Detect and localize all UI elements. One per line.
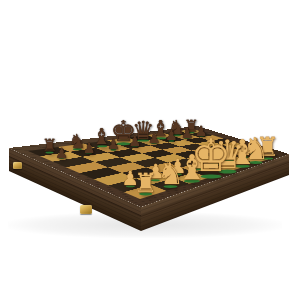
chess-set-photo: ♜♞♝♛♚♝♞♜♟♟♟♟♟♟♟♟♟♟♟♟♟♟♟♟♜♞♝♛♚♝♞♜ xyxy=(0,0,300,300)
brass-hinge xyxy=(13,162,22,169)
brass-latch xyxy=(80,205,92,214)
